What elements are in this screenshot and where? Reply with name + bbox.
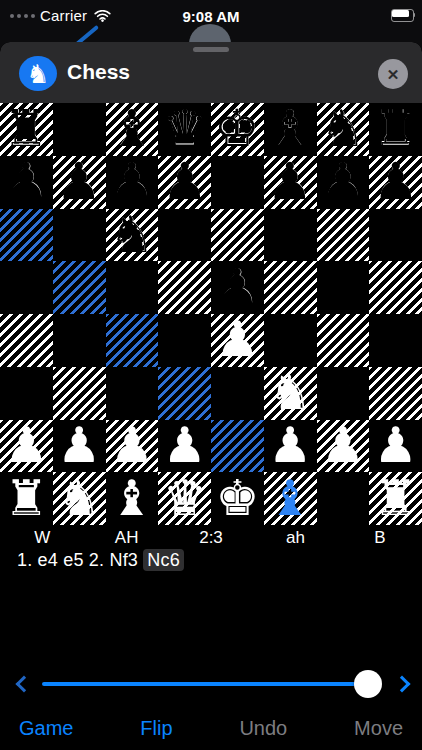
square-a5[interactable]: [0, 261, 53, 314]
indicator-b: B: [338, 528, 422, 548]
game-button[interactable]: Game: [19, 717, 73, 740]
square-a8[interactable]: ♜♖: [0, 103, 53, 156]
white-knight: ♞: [264, 367, 317, 420]
square-h5[interactable]: [369, 261, 422, 314]
square-f6[interactable]: [264, 209, 317, 262]
indicator-w: W: [0, 528, 84, 548]
black-bishop: ♝♗: [106, 103, 159, 156]
square-a2[interactable]: ♟: [0, 420, 53, 473]
black-rook: ♜♖: [369, 103, 422, 156]
status-bar: Carrier 9:08 AM: [0, 0, 422, 42]
square-a3[interactable]: [0, 367, 53, 420]
move-slider-thumb[interactable]: [354, 670, 382, 698]
white-pawn: ♟: [106, 420, 159, 473]
square-e3[interactable]: [211, 367, 264, 420]
square-c6[interactable]: ♞♘: [106, 209, 159, 262]
square-d1[interactable]: ♛: [158, 472, 211, 525]
white-pawn: ♟: [53, 420, 106, 473]
square-h8[interactable]: ♜♖: [369, 103, 422, 156]
white-pawn: ♟: [317, 420, 370, 473]
black-rook: ♜♖: [0, 103, 53, 156]
chess-app-icon: ♞: [19, 56, 57, 91]
white-bishop: ♝: [264, 472, 317, 525]
square-g4[interactable]: [317, 314, 370, 367]
bottom-toolbar: Game Flip Undo Move: [0, 717, 422, 740]
undo-button[interactable]: Undo: [239, 717, 287, 740]
black-knight: ♞♘: [317, 103, 370, 156]
square-c2[interactable]: ♟: [106, 420, 159, 473]
square-c4[interactable]: [106, 314, 159, 367]
white-pawn: ♟: [211, 314, 264, 367]
square-d2[interactable]: ♟: [158, 420, 211, 473]
square-e6[interactable]: [211, 209, 264, 262]
square-g6[interactable]: [317, 209, 370, 262]
phone-screen: Carrier 9:08 AM ♞ Chess ✕ ♜♖♝♗♛♕♚♔♝: [0, 0, 422, 750]
square-b1[interactable]: ♞: [53, 472, 106, 525]
square-d7[interactable]: ♟♙: [158, 156, 211, 209]
square-g7[interactable]: ♟♙: [317, 156, 370, 209]
white-pawn: ♟: [158, 420, 211, 473]
square-f5[interactable]: [264, 261, 317, 314]
square-e2[interactable]: [211, 420, 264, 473]
move-slider-track[interactable]: [42, 682, 380, 686]
sheet-header: ♞ Chess ✕: [0, 42, 422, 103]
square-a4[interactable]: [0, 314, 53, 367]
move-button[interactable]: Move: [354, 717, 403, 740]
move-list: 1. e4 e5 2. Nf3 Nc6: [17, 550, 184, 571]
sheet-grabber[interactable]: [193, 47, 229, 52]
square-b7[interactable]: ♟♙: [53, 156, 106, 209]
square-e4[interactable]: ♟: [211, 314, 264, 367]
square-f1[interactable]: ♝: [264, 472, 317, 525]
white-bishop: ♝: [106, 472, 159, 525]
square-c3[interactable]: [106, 367, 159, 420]
square-b3[interactable]: [53, 367, 106, 420]
square-b8[interactable]: [53, 103, 106, 156]
square-f3[interactable]: ♞: [264, 367, 317, 420]
square-a7[interactable]: ♟♙: [0, 156, 53, 209]
white-pawn: ♟: [0, 420, 53, 473]
move-slider-row: [0, 668, 422, 700]
knight-logo-icon: ♞: [26, 61, 49, 87]
white-king: ♚: [211, 472, 264, 525]
square-d3[interactable]: [158, 367, 211, 420]
next-move-chevron-icon[interactable]: [394, 676, 411, 693]
white-pawn: ♟: [264, 420, 317, 473]
square-d8[interactable]: ♛♕: [158, 103, 211, 156]
square-h1[interactable]: ♜: [369, 472, 422, 525]
square-g2[interactable]: ♟: [317, 420, 370, 473]
indicator-ah-lower: ah: [253, 528, 337, 548]
square-a1[interactable]: ♜: [0, 472, 53, 525]
black-pawn: ♟♙: [369, 156, 422, 209]
board-indicators: W AH 2:3 ah B: [0, 528, 422, 548]
square-e7[interactable]: [211, 156, 264, 209]
square-c8[interactable]: ♝♗: [106, 103, 159, 156]
square-g5[interactable]: [317, 261, 370, 314]
indicator-ah: AH: [84, 528, 168, 548]
square-f8[interactable]: ♝♗: [264, 103, 317, 156]
white-pawn: ♟: [369, 420, 422, 473]
white-knight: ♞: [53, 472, 106, 525]
square-c1[interactable]: ♝: [106, 472, 159, 525]
black-queen: ♛♕: [158, 103, 211, 156]
chess-board: ♜♖♝♗♛♕♚♔♝♗♞♘♜♖♟♙♟♙♟♙♟♙♟♙♟♙♟♙♞♘♟♙♟♞♟♟♟♟♟♟…: [0, 103, 422, 525]
indicator-score: 2:3: [169, 528, 253, 548]
battery-icon: [391, 9, 416, 21]
square-e1[interactable]: ♚: [211, 472, 264, 525]
black-pawn: ♟♙: [211, 261, 264, 314]
white-queen: ♛: [158, 472, 211, 525]
square-f2[interactable]: ♟: [264, 420, 317, 473]
clock-label: 9:08 AM: [0, 8, 422, 25]
black-bishop: ♝♗: [264, 103, 317, 156]
black-pawn: ♟♙: [106, 156, 159, 209]
square-f7[interactable]: ♟♙: [264, 156, 317, 209]
current-move: Nc6: [143, 549, 184, 571]
square-h6[interactable]: [369, 209, 422, 262]
square-h7[interactable]: ♟♙: [369, 156, 422, 209]
square-d4[interactable]: [158, 314, 211, 367]
close-button[interactable]: ✕: [378, 59, 408, 89]
square-b5[interactable]: [53, 261, 106, 314]
square-b6[interactable]: [53, 209, 106, 262]
square-g1[interactable]: [317, 472, 370, 525]
square-g8[interactable]: ♞♘: [317, 103, 370, 156]
square-f4[interactable]: [264, 314, 317, 367]
square-b4[interactable]: [53, 314, 106, 367]
square-b2[interactable]: ♟: [53, 420, 106, 473]
square-h3[interactable]: [369, 367, 422, 420]
black-pawn: ♟♙: [158, 156, 211, 209]
chess-sheet: ♞ Chess ✕ ♜♖♝♗♛♕♚♔♝♗♞♘♜♖♟♙♟♙♟♙♟♙♟♙♟♙♟♙♞♘…: [0, 42, 422, 750]
square-d6[interactable]: [158, 209, 211, 262]
black-pawn: ♟♙: [264, 156, 317, 209]
square-h2[interactable]: ♟: [369, 420, 422, 473]
black-pawn: ♟♙: [0, 156, 53, 209]
square-e8[interactable]: ♚♔: [211, 103, 264, 156]
flip-button[interactable]: Flip: [140, 717, 172, 740]
white-rook: ♜: [0, 472, 53, 525]
square-g3[interactable]: [317, 367, 370, 420]
square-e5[interactable]: ♟♙: [211, 261, 264, 314]
close-icon: ✕: [387, 67, 400, 82]
white-rook: ♜: [369, 472, 422, 525]
square-a6[interactable]: [0, 209, 53, 262]
black-pawn: ♟♙: [53, 156, 106, 209]
square-c5[interactable]: [106, 261, 159, 314]
square-h4[interactable]: [369, 314, 422, 367]
moves-played: 1. e4 e5 2. Nf3: [17, 550, 143, 570]
square-c7[interactable]: ♟♙: [106, 156, 159, 209]
page-title: Chess: [67, 60, 130, 84]
black-pawn: ♟♙: [317, 156, 370, 209]
black-king: ♚♔: [211, 103, 264, 156]
black-knight: ♞♘: [106, 209, 159, 262]
square-d5[interactable]: [158, 261, 211, 314]
previous-move-chevron-icon[interactable]: [16, 676, 33, 693]
